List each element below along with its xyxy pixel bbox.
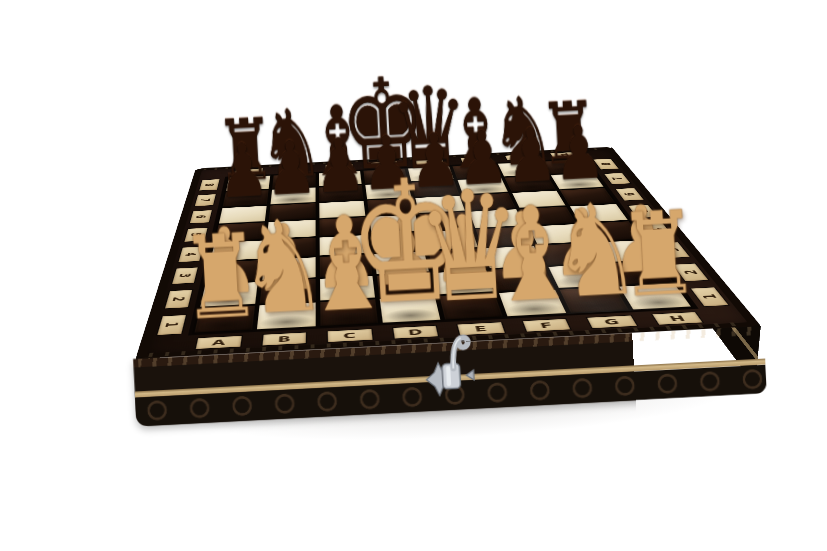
rank-label-7: 7 [195, 194, 216, 206]
clasp-side-wing [466, 370, 474, 380]
file-label-F: F [522, 319, 570, 332]
photo-scene: ABCDEFGH ABCDEFGH 87654321 87654321 ♜♞♝♚… [0, 0, 827, 551]
piece-white-bishop-f1[interactable]: ♝ [485, 192, 582, 316]
file-label-G: G [587, 315, 636, 328]
file-label-H: H [652, 312, 703, 325]
metal-clasp [421, 325, 478, 405]
square-a1[interactable]: ♜ [195, 306, 256, 333]
file-label-B: B [262, 332, 306, 345]
square-c1[interactable]: ♝ [320, 299, 378, 326]
chess-board-box: ABCDEFGH ABCDEFGH 87654321 87654321 ♜♞♝♚… [136, 147, 761, 359]
square-h1[interactable]: ♜ [619, 284, 691, 310]
piece-white-rook-h1[interactable]: ♜ [616, 199, 702, 309]
camera: ABCDEFGH ABCDEFGH 87654321 87654321 ♜♞♝♚… [0, 0, 827, 551]
file-label-A: A [196, 336, 241, 349]
file-label-C: C [328, 329, 372, 342]
square-f1[interactable]: ♝ [499, 290, 565, 316]
piece-white-rook-a1[interactable]: ♜ [178, 222, 264, 332]
piece-white-bishop-c1[interactable]: ♝ [297, 202, 394, 326]
board-squares: ♜♞♝♚♛♝♞♜♟♟♟♟♟♟♟♟♟♟♟♟♟♟♟♟♜♞♝♚♛♝♞♜ [188, 158, 699, 336]
